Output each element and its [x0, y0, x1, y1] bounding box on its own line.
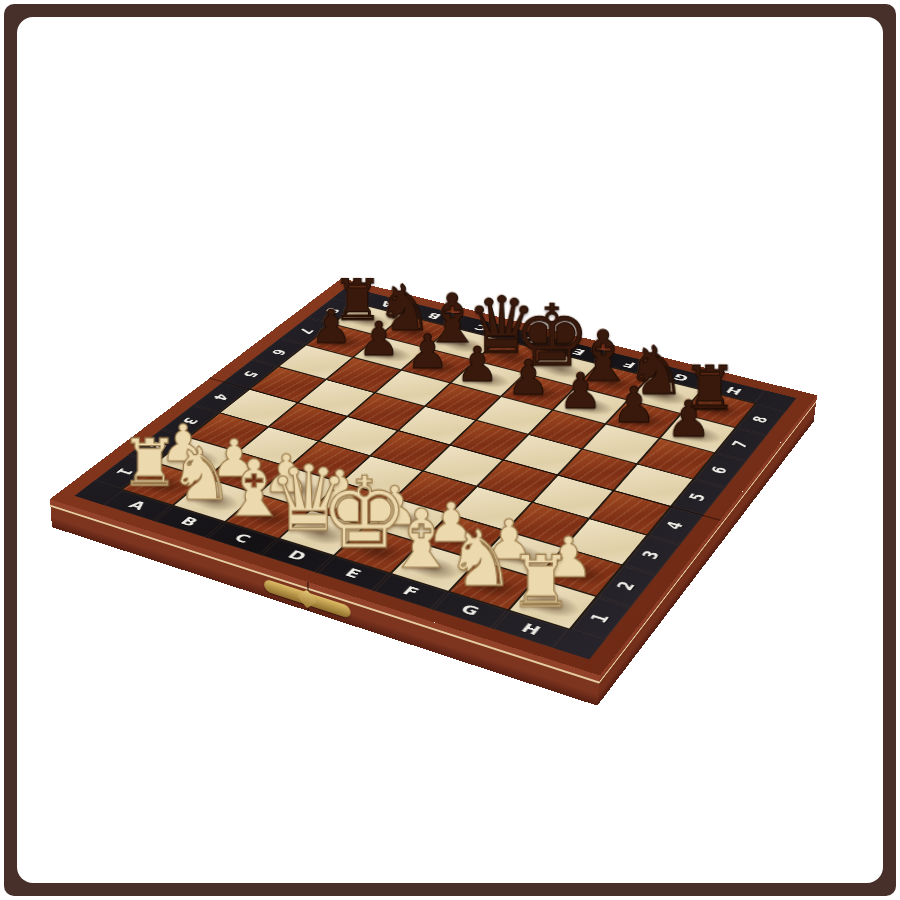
coordinate-label-text: H: [724, 385, 744, 395]
coordinate-label-text: D: [285, 549, 309, 563]
chess-board: ABCDEFGH ABCDEFGH 87654321 87654321 ♜♞♝♛…: [50, 278, 817, 675]
squares-grid: ♜♞♝♛♚♝♞♜♟♟♟♟♟♟♟♟♟♟♟♟♟♟♟♟♜♞♝♛♚♝♞♜: [120, 303, 757, 630]
coordinate-label-text: 3: [180, 416, 201, 425]
coordinate-label-text: 7: [296, 327, 316, 335]
coordinate-label-text: 5: [688, 492, 710, 503]
coordinate-label-text: F: [621, 359, 638, 368]
coordinate-label-text: G: [672, 372, 691, 382]
board-surface: ABCDEFGH ABCDEFGH 87654321 87654321 ♜♞♝♛…: [50, 278, 817, 675]
coordinate-label-text: 2: [147, 441, 169, 451]
product-photo: ABCDEFGH ABCDEFGH 87654321 87654321 ♜♞♝♛…: [0, 0, 900, 900]
coordinate-label-text: 1: [114, 466, 136, 476]
coordinate-label-text: 3: [641, 549, 664, 561]
coordinate-label-text: C: [473, 323, 491, 332]
coordinate-label-text: 6: [269, 348, 289, 356]
board-stage: ABCDEFGH ABCDEFGH 87654321 87654321 ♜♞♝♛…: [0, 0, 900, 900]
coordinate-label-text: 8: [323, 307, 342, 315]
coordinate-label-text: B: [425, 311, 443, 320]
coordinate-label-text: A: [379, 299, 397, 308]
coordinate-label-text: 5: [240, 370, 260, 379]
coordinate-label-text: E: [571, 347, 588, 356]
coordinate-label-text: D: [520, 334, 539, 343]
